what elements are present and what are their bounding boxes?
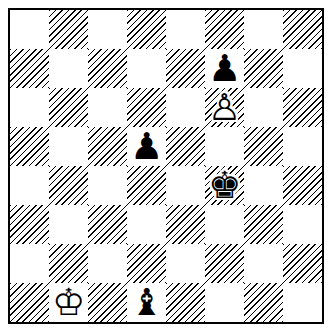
square-h3[interactable] <box>283 205 322 244</box>
square-d2[interactable] <box>127 244 166 283</box>
square-g2[interactable] <box>244 244 283 283</box>
square-b4[interactable] <box>49 166 88 205</box>
white-king-b1[interactable]: ♚♔ <box>49 283 88 322</box>
square-e2[interactable] <box>166 244 205 283</box>
square-c2[interactable] <box>88 244 127 283</box>
square-e8[interactable] <box>166 10 205 49</box>
square-b6[interactable] <box>49 88 88 127</box>
square-g3[interactable] <box>244 205 283 244</box>
square-g1[interactable] <box>244 283 283 322</box>
square-d1[interactable]: ♝♝ <box>127 283 166 322</box>
square-g6[interactable] <box>244 88 283 127</box>
square-h5[interactable] <box>283 127 322 166</box>
square-h2[interactable] <box>283 244 322 283</box>
square-c8[interactable] <box>88 10 127 49</box>
square-e6[interactable] <box>166 88 205 127</box>
white-king-glyph: ♔ <box>49 283 88 322</box>
square-a5[interactable] <box>10 127 49 166</box>
square-b3[interactable] <box>49 205 88 244</box>
square-e7[interactable] <box>166 49 205 88</box>
chess-board: ♟♟♟♙♟♟♚♚♚♔♝♝ <box>10 10 322 322</box>
square-b2[interactable] <box>49 244 88 283</box>
white-pawn-f6[interactable]: ♟♙ <box>205 88 244 127</box>
square-a8[interactable] <box>10 10 49 49</box>
square-b1[interactable]: ♚♔ <box>49 283 88 322</box>
black-king-f4[interactable]: ♚♚ <box>205 166 244 205</box>
square-f8[interactable] <box>205 10 244 49</box>
square-h4[interactable] <box>283 166 322 205</box>
black-bishop-glyph: ♝ <box>127 283 166 322</box>
square-f6[interactable]: ♟♙ <box>205 88 244 127</box>
square-c6[interactable] <box>88 88 127 127</box>
square-b8[interactable] <box>49 10 88 49</box>
chess-diagram-page: ♟♟♟♙♟♟♚♚♚♔♝♝ <box>0 0 332 332</box>
square-f3[interactable] <box>205 205 244 244</box>
square-f1[interactable] <box>205 283 244 322</box>
square-a7[interactable] <box>10 49 49 88</box>
square-c3[interactable] <box>88 205 127 244</box>
square-g4[interactable] <box>244 166 283 205</box>
black-pawn-glyph: ♟ <box>127 127 166 166</box>
square-h8[interactable] <box>283 10 322 49</box>
square-c5[interactable] <box>88 127 127 166</box>
square-d8[interactable] <box>127 10 166 49</box>
square-h1[interactable] <box>283 283 322 322</box>
black-pawn-f7[interactable]: ♟♟ <box>205 49 244 88</box>
board-frame: ♟♟♟♙♟♟♚♚♚♔♝♝ <box>8 8 324 324</box>
square-a1[interactable] <box>10 283 49 322</box>
black-king-glyph: ♚ <box>205 166 244 205</box>
square-d4[interactable] <box>127 166 166 205</box>
square-d7[interactable] <box>127 49 166 88</box>
square-e1[interactable] <box>166 283 205 322</box>
square-g7[interactable] <box>244 49 283 88</box>
square-a2[interactable] <box>10 244 49 283</box>
square-a3[interactable] <box>10 205 49 244</box>
square-f5[interactable] <box>205 127 244 166</box>
square-e5[interactable] <box>166 127 205 166</box>
square-a4[interactable] <box>10 166 49 205</box>
square-h7[interactable] <box>283 49 322 88</box>
square-e4[interactable] <box>166 166 205 205</box>
black-pawn-glyph: ♟ <box>205 49 244 88</box>
square-g5[interactable] <box>244 127 283 166</box>
square-d6[interactable] <box>127 88 166 127</box>
square-b7[interactable] <box>49 49 88 88</box>
square-a6[interactable] <box>10 88 49 127</box>
square-c7[interactable] <box>88 49 127 88</box>
square-e3[interactable] <box>166 205 205 244</box>
white-pawn-glyph: ♙ <box>205 88 244 127</box>
square-c4[interactable] <box>88 166 127 205</box>
square-c1[interactable] <box>88 283 127 322</box>
square-d5[interactable]: ♟♟ <box>127 127 166 166</box>
black-bishop-d1[interactable]: ♝♝ <box>127 283 166 322</box>
square-f2[interactable] <box>205 244 244 283</box>
square-b5[interactable] <box>49 127 88 166</box>
square-d3[interactable] <box>127 205 166 244</box>
square-g8[interactable] <box>244 10 283 49</box>
black-pawn-d5[interactable]: ♟♟ <box>127 127 166 166</box>
square-h6[interactable] <box>283 88 322 127</box>
square-f4[interactable]: ♚♚ <box>205 166 244 205</box>
square-f7[interactable]: ♟♟ <box>205 49 244 88</box>
